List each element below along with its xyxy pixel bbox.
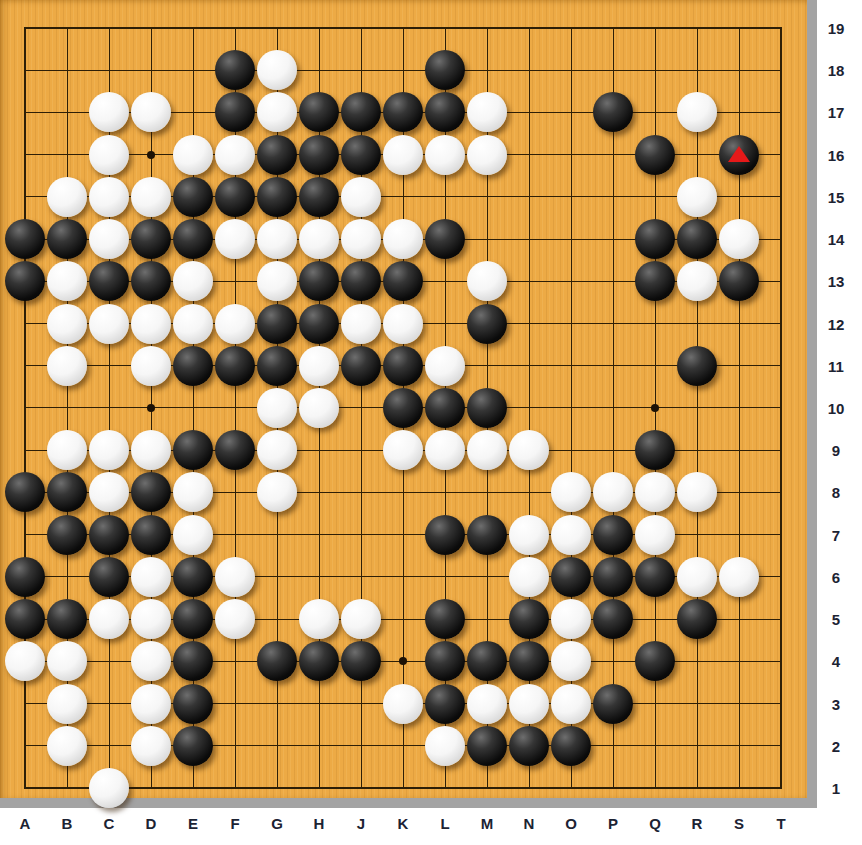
- stone-black-Q13: [635, 261, 675, 301]
- row-label-13: 13: [828, 273, 845, 290]
- stone-black-K10: [383, 388, 423, 428]
- stone-white-L16: [425, 135, 465, 175]
- stone-white-O7: [551, 515, 591, 555]
- stone-white-M13: [467, 261, 507, 301]
- stone-white-H14: [299, 219, 339, 259]
- stone-white-O4: [551, 641, 591, 681]
- stone-black-L14: [425, 219, 465, 259]
- stone-white-J12: [341, 304, 381, 344]
- stone-black-O2: [551, 726, 591, 766]
- col-label-A: A: [20, 815, 31, 832]
- col-label-J: J: [357, 815, 365, 832]
- stone-white-H11: [299, 346, 339, 386]
- stone-white-D5: [131, 599, 171, 639]
- stone-black-G11: [257, 346, 297, 386]
- stone-black-L10: [425, 388, 465, 428]
- stone-black-J13: [341, 261, 381, 301]
- stone-white-C5: [89, 599, 129, 639]
- stone-black-L7: [425, 515, 465, 555]
- col-label-R: R: [692, 815, 703, 832]
- row-label-14: 14: [828, 231, 845, 248]
- stone-white-D12: [131, 304, 171, 344]
- row-label-4: 4: [832, 653, 840, 670]
- star-point: [147, 404, 155, 412]
- stone-white-A4: [5, 641, 45, 681]
- stone-black-D13: [131, 261, 171, 301]
- stone-white-L9: [425, 430, 465, 470]
- stone-white-E12: [173, 304, 213, 344]
- stone-white-C12: [89, 304, 129, 344]
- stone-white-G14: [257, 219, 297, 259]
- go-board-app: ABCDEFGHJKLMNOPQRST 19181716151413121110…: [0, 0, 862, 845]
- stone-black-B5: [47, 599, 87, 639]
- stone-white-M9: [467, 430, 507, 470]
- stone-black-A5: [5, 599, 45, 639]
- col-label-T: T: [776, 815, 785, 832]
- stone-white-R6: [677, 557, 717, 597]
- col-label-H: H: [314, 815, 325, 832]
- stone-white-B4: [47, 641, 87, 681]
- stone-black-M7: [467, 515, 507, 555]
- stone-black-E3: [173, 684, 213, 724]
- stone-white-D3: [131, 684, 171, 724]
- stone-black-Q4: [635, 641, 675, 681]
- row-label-6: 6: [832, 568, 840, 585]
- stone-black-E4: [173, 641, 213, 681]
- star-point: [651, 404, 659, 412]
- stone-white-J14: [341, 219, 381, 259]
- stone-black-E6: [173, 557, 213, 597]
- stone-white-S14: [719, 219, 759, 259]
- stone-black-G4: [257, 641, 297, 681]
- stone-black-B14: [47, 219, 87, 259]
- stone-black-B8: [47, 472, 87, 512]
- stone-black-Q16: [635, 135, 675, 175]
- stone-white-K9: [383, 430, 423, 470]
- stone-white-R15: [677, 177, 717, 217]
- col-label-M: M: [481, 815, 494, 832]
- stone-white-D9: [131, 430, 171, 470]
- stone-white-K3: [383, 684, 423, 724]
- stone-black-B7: [47, 515, 87, 555]
- stone-black-G16: [257, 135, 297, 175]
- row-label-9: 9: [832, 442, 840, 459]
- stone-white-N6: [509, 557, 549, 597]
- stone-white-L2: [425, 726, 465, 766]
- stone-white-F12: [215, 304, 255, 344]
- stone-white-E13: [173, 261, 213, 301]
- stone-black-P5: [593, 599, 633, 639]
- stone-black-E15: [173, 177, 213, 217]
- stone-black-C13: [89, 261, 129, 301]
- stone-white-B11: [47, 346, 87, 386]
- stone-black-R11: [677, 346, 717, 386]
- stone-white-C1: [89, 768, 129, 808]
- stone-black-C7: [89, 515, 129, 555]
- row-label-3: 3: [832, 695, 840, 712]
- stone-white-H5: [299, 599, 339, 639]
- stone-black-F9: [215, 430, 255, 470]
- stone-black-E5: [173, 599, 213, 639]
- col-label-C: C: [104, 815, 115, 832]
- col-label-B: B: [62, 815, 73, 832]
- stone-white-E16: [173, 135, 213, 175]
- stone-white-O3: [551, 684, 591, 724]
- stone-white-K14: [383, 219, 423, 259]
- stone-black-D8: [131, 472, 171, 512]
- col-label-O: O: [565, 815, 577, 832]
- row-label-1: 1: [832, 779, 840, 796]
- col-label-P: P: [608, 815, 618, 832]
- stone-white-G10: [257, 388, 297, 428]
- stone-black-M10: [467, 388, 507, 428]
- row-label-15: 15: [828, 188, 845, 205]
- stone-black-A14: [5, 219, 45, 259]
- stone-black-H4: [299, 641, 339, 681]
- stone-black-N4: [509, 641, 549, 681]
- stone-white-C8: [89, 472, 129, 512]
- row-label-7: 7: [832, 526, 840, 543]
- stone-black-M12: [467, 304, 507, 344]
- stone-white-H10: [299, 388, 339, 428]
- stone-white-N7: [509, 515, 549, 555]
- col-label-S: S: [734, 815, 744, 832]
- row-label-10: 10: [828, 399, 845, 416]
- stone-white-F6: [215, 557, 255, 597]
- stone-black-F18: [215, 50, 255, 90]
- stone-black-D7: [131, 515, 171, 555]
- stone-white-E7: [173, 515, 213, 555]
- stone-white-B15: [47, 177, 87, 217]
- stone-black-N5: [509, 599, 549, 639]
- stone-black-M4: [467, 641, 507, 681]
- stone-white-C15: [89, 177, 129, 217]
- stone-white-F14: [215, 219, 255, 259]
- stone-black-A6: [5, 557, 45, 597]
- stone-white-K12: [383, 304, 423, 344]
- col-label-K: K: [398, 815, 409, 832]
- stone-black-F17: [215, 92, 255, 132]
- stone-black-E14: [173, 219, 213, 259]
- stone-white-B9: [47, 430, 87, 470]
- col-label-Q: Q: [649, 815, 661, 832]
- stone-white-B2: [47, 726, 87, 766]
- stone-black-P17: [593, 92, 633, 132]
- stone-white-R8: [677, 472, 717, 512]
- stone-white-C17: [89, 92, 129, 132]
- stone-white-D2: [131, 726, 171, 766]
- stone-white-F5: [215, 599, 255, 639]
- stone-white-G9: [257, 430, 297, 470]
- stone-black-M2: [467, 726, 507, 766]
- stone-white-R17: [677, 92, 717, 132]
- row-label-12: 12: [828, 315, 845, 332]
- stone-white-G17: [257, 92, 297, 132]
- row-label-8: 8: [832, 484, 840, 501]
- stone-white-R13: [677, 261, 717, 301]
- stone-black-P6: [593, 557, 633, 597]
- col-label-G: G: [271, 815, 283, 832]
- stone-black-S13: [719, 261, 759, 301]
- stone-black-J17: [341, 92, 381, 132]
- stone-black-C6: [89, 557, 129, 597]
- stone-white-C14: [89, 219, 129, 259]
- stone-black-G15: [257, 177, 297, 217]
- stone-white-G8: [257, 472, 297, 512]
- grid-line-horizontal: [24, 787, 782, 789]
- stone-black-H13: [299, 261, 339, 301]
- stone-black-Q6: [635, 557, 675, 597]
- stone-white-O5: [551, 599, 591, 639]
- stone-black-K13: [383, 261, 423, 301]
- stone-white-O8: [551, 472, 591, 512]
- col-label-N: N: [524, 815, 535, 832]
- stone-black-L4: [425, 641, 465, 681]
- stone-black-F15: [215, 177, 255, 217]
- grid-line-vertical: [780, 27, 782, 789]
- row-label-16: 16: [828, 146, 845, 163]
- col-label-D: D: [146, 815, 157, 832]
- stone-black-E2: [173, 726, 213, 766]
- stone-white-J15: [341, 177, 381, 217]
- stone-black-L5: [425, 599, 465, 639]
- stone-white-M3: [467, 684, 507, 724]
- grid-line-vertical: [613, 27, 614, 789]
- stone-black-Q9: [635, 430, 675, 470]
- stone-white-L11: [425, 346, 465, 386]
- row-label-17: 17: [828, 104, 845, 121]
- stone-white-B3: [47, 684, 87, 724]
- stone-white-Q7: [635, 515, 675, 555]
- row-label-11: 11: [828, 357, 844, 374]
- stone-white-E8: [173, 472, 213, 512]
- stone-white-B12: [47, 304, 87, 344]
- row-label-18: 18: [828, 62, 845, 79]
- row-label-5: 5: [832, 611, 840, 628]
- stone-white-C9: [89, 430, 129, 470]
- col-label-E: E: [188, 815, 198, 832]
- stone-black-H15: [299, 177, 339, 217]
- stone-black-K17: [383, 92, 423, 132]
- stone-white-D6: [131, 557, 171, 597]
- stone-black-P3: [593, 684, 633, 724]
- stone-black-G12: [257, 304, 297, 344]
- stone-black-P7: [593, 515, 633, 555]
- stone-black-H17: [299, 92, 339, 132]
- stone-black-F11: [215, 346, 255, 386]
- stone-white-J5: [341, 599, 381, 639]
- stone-black-L17: [425, 92, 465, 132]
- stone-white-M16: [467, 135, 507, 175]
- stone-white-D15: [131, 177, 171, 217]
- stone-black-E9: [173, 430, 213, 470]
- stone-white-D11: [131, 346, 171, 386]
- stone-black-H16: [299, 135, 339, 175]
- stone-black-R5: [677, 599, 717, 639]
- stone-white-K16: [383, 135, 423, 175]
- stone-white-F16: [215, 135, 255, 175]
- stone-black-D14: [131, 219, 171, 259]
- star-point: [147, 151, 155, 159]
- stone-white-G13: [257, 261, 297, 301]
- last-move-marker: [728, 146, 750, 162]
- stone-black-J11: [341, 346, 381, 386]
- stone-white-B13: [47, 261, 87, 301]
- goban[interactable]: [0, 0, 817, 808]
- stone-white-C16: [89, 135, 129, 175]
- stone-black-Q14: [635, 219, 675, 259]
- stone-black-R14: [677, 219, 717, 259]
- col-label-F: F: [230, 815, 239, 832]
- stone-black-E11: [173, 346, 213, 386]
- stone-white-P8: [593, 472, 633, 512]
- stone-black-K11: [383, 346, 423, 386]
- stone-black-J16: [341, 135, 381, 175]
- stone-white-N9: [509, 430, 549, 470]
- row-label-2: 2: [832, 737, 840, 754]
- stone-black-H12: [299, 304, 339, 344]
- stone-black-O6: [551, 557, 591, 597]
- col-label-L: L: [440, 815, 449, 832]
- stone-white-S6: [719, 557, 759, 597]
- stone-white-D4: [131, 641, 171, 681]
- star-point: [399, 657, 407, 665]
- stone-black-A8: [5, 472, 45, 512]
- stone-white-M17: [467, 92, 507, 132]
- stone-black-A13: [5, 261, 45, 301]
- stone-white-D17: [131, 92, 171, 132]
- stone-black-L18: [425, 50, 465, 90]
- row-label-19: 19: [828, 20, 845, 37]
- grid-line-vertical: [697, 27, 698, 789]
- stone-white-N3: [509, 684, 549, 724]
- stone-black-J4: [341, 641, 381, 681]
- stone-black-L3: [425, 684, 465, 724]
- stone-white-Q8: [635, 472, 675, 512]
- stone-black-N2: [509, 726, 549, 766]
- stone-white-G18: [257, 50, 297, 90]
